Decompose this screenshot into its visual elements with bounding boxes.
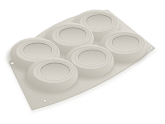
hanging-hole-west-corner-hole (11, 62, 14, 65)
cavity-recess-floor (41, 64, 69, 79)
cavity-recess-floor (79, 50, 106, 64)
hanging-hole-south-corner-hole (43, 100, 46, 103)
hanging-hole-east-corner-hole (150, 47, 153, 50)
cavity-recess-floor (59, 28, 85, 42)
silicone-mold-image (0, 0, 165, 124)
product-photo-silicone-mold (0, 0, 165, 124)
cavity-recess-floor (87, 15, 112, 28)
cavity-recess-floor (24, 43, 52, 57)
cavity-recess-floor (113, 36, 139, 50)
